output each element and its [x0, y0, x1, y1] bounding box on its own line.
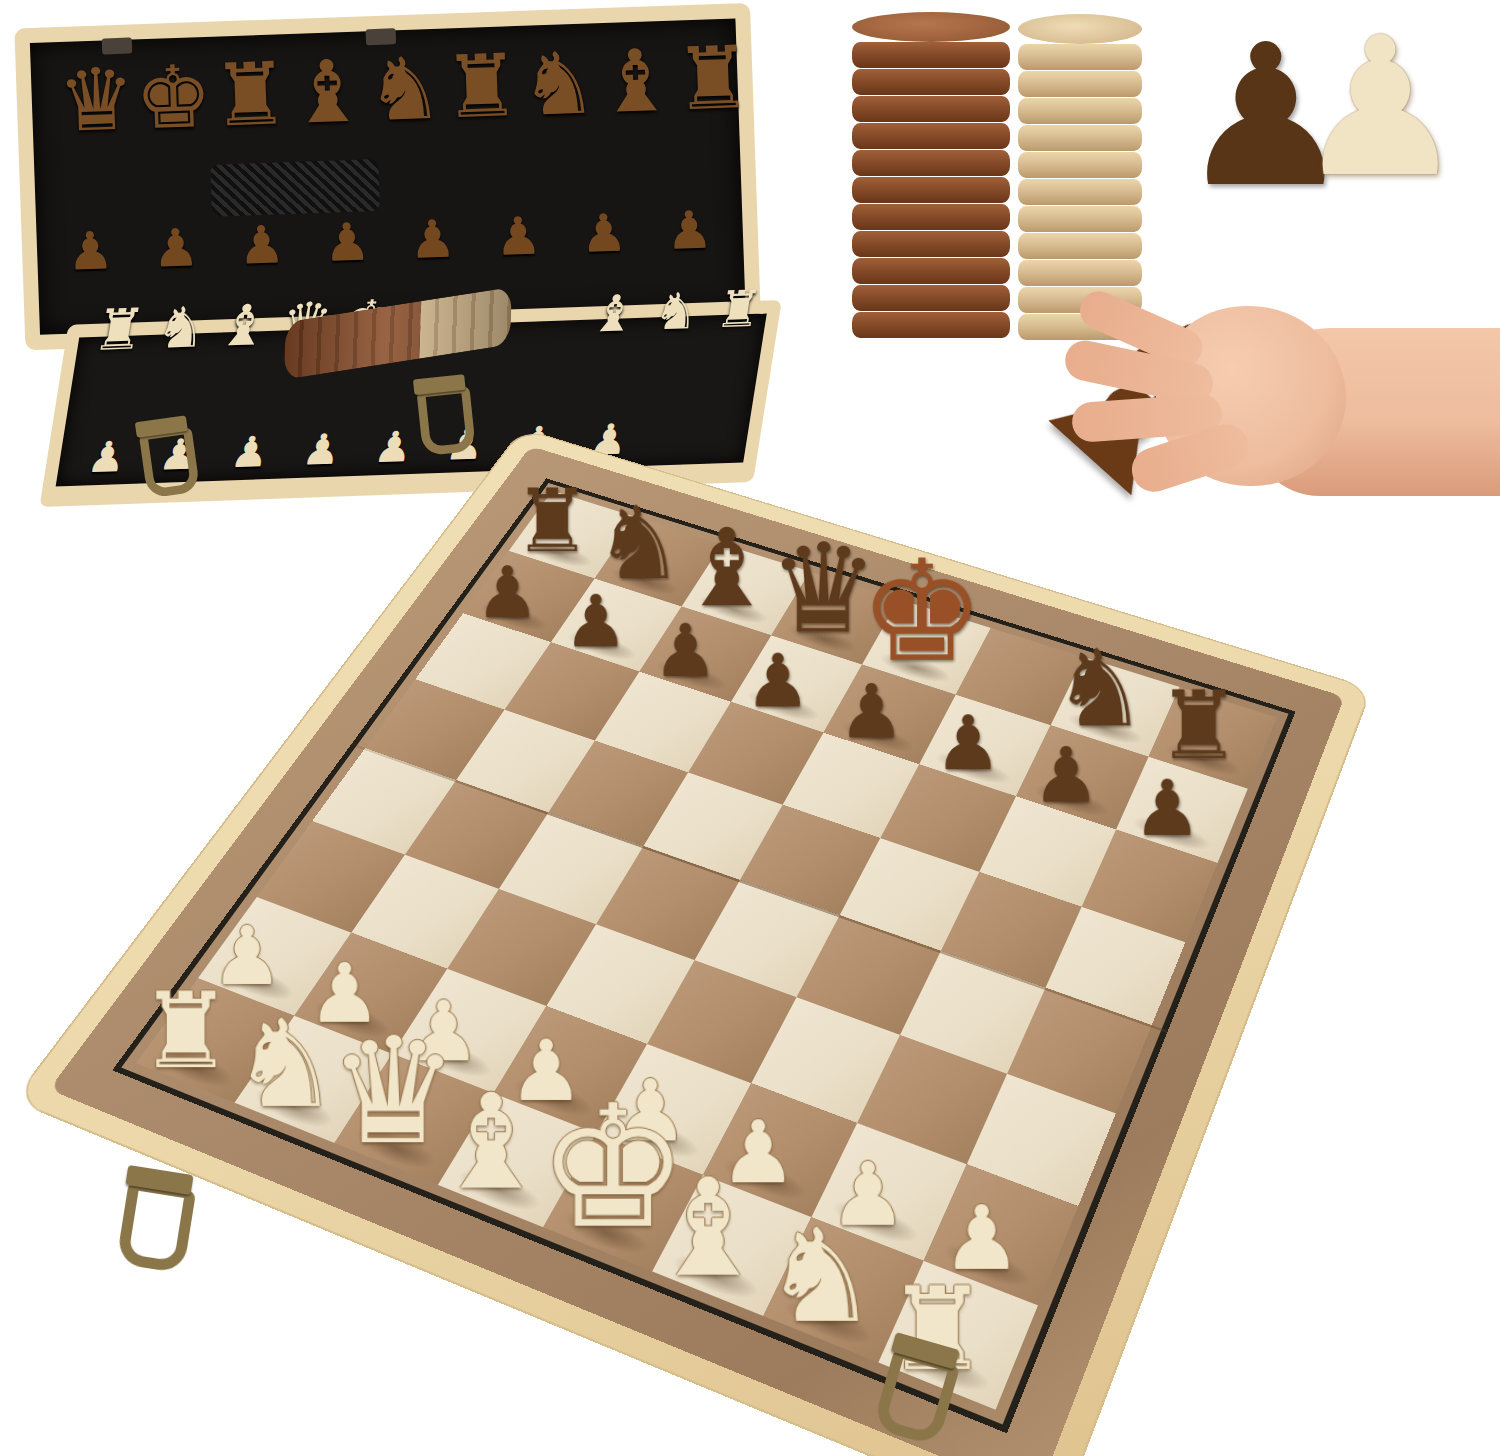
case-dark-pawn: ♟: [323, 215, 371, 269]
checker-disc: [1018, 98, 1142, 124]
case-white-piece: ♞: [650, 286, 703, 338]
checker-disc: [1018, 206, 1142, 232]
case-lid-dark-pawns: ♟♟♟♟♟♟♟♟: [66, 203, 713, 278]
piece-dark-knight[interactable]: ♞: [1049, 638, 1151, 739]
piece-dark-bishop[interactable]: ♝: [678, 517, 776, 619]
case-dark-piece: ♛: [56, 55, 136, 144]
piece-dark-knight[interactable]: ♞: [590, 495, 687, 591]
case-lid-dark-pieces: ♛♚♜♝♞♜♞♝♜: [56, 35, 713, 144]
piece-dark-pawn[interactable]: ♟: [727, 646, 828, 716]
piece-dark-pawn[interactable]: ♟: [635, 616, 735, 685]
case-white-piece: ♜: [90, 301, 149, 359]
piece-light-king[interactable]: ♚: [538, 1087, 659, 1247]
piece-dark-rook[interactable]: ♜: [1147, 681, 1250, 771]
case-dark-pawn: ♟: [580, 206, 628, 260]
chess-board: ♜♞♝♛♚♞♜♟♟♟♟♟♟♟♟♟♟♟♟♟♟♟♟♜♞♛♝♚♝♞♜: [15, 430, 1370, 1456]
product-photo: ♛♚♜♝♞♜♞♝♜ ♟♟♟♟♟♟♟♟ ♜♞♝♛♚ ♝♞♜ ♟♟♟♟♟♟♟♟ ♟ …: [0, 0, 1500, 1456]
piece-light-knight[interactable]: ♞: [759, 1214, 883, 1337]
piece-dark-pawn[interactable]: ♟: [1014, 739, 1119, 811]
checker-disc: [852, 204, 1010, 230]
case-dark-piece: ♜: [673, 34, 753, 123]
piece-light-bishop[interactable]: ♝: [647, 1164, 770, 1292]
foam-strip: [210, 159, 380, 217]
checker-disc: [1018, 44, 1142, 70]
case-white-piece: ♜: [713, 283, 766, 335]
piece-light-bishop[interactable]: ♝: [431, 1080, 550, 1204]
case-white-piece: ♝: [588, 288, 641, 340]
piece-dark-queen[interactable]: ♛: [768, 531, 867, 648]
board-walnut-margin: ♜♞♝♛♚♞♜♟♟♟♟♟♟♟♟♟♟♟♟♟♟♟♟♜♞♛♝♚♝♞♜: [49, 446, 1345, 1456]
piece-dark-pawn[interactable]: ♟: [458, 559, 556, 627]
case-dark-piece: ♝: [596, 37, 676, 126]
checker-disc: [852, 150, 1010, 176]
checker-disc: [1018, 152, 1142, 178]
checker-disc: [1018, 179, 1142, 205]
checker-disc-top: [1018, 14, 1142, 44]
board-border-line: ♜♞♝♛♚♞♜♟♟♟♟♟♟♟♟♟♟♟♟♟♟♟♟♜♞♛♝♚♝♞♜: [112, 478, 1295, 1433]
case-dark-pawn: ♟: [237, 218, 285, 272]
piece-dark-pawn[interactable]: ♟: [916, 707, 1020, 779]
case-dark-pawn: ♟: [409, 212, 457, 266]
case-dark-piece: ♝: [288, 47, 368, 136]
checker-disc: [1018, 71, 1142, 97]
case-dark-piece: ♜: [211, 50, 291, 139]
checker-disc: [852, 69, 1010, 95]
case-dark-piece: ♞: [365, 45, 445, 134]
case-dark-piece: ♞: [519, 39, 599, 128]
piece-dark-pawn[interactable]: ♟: [546, 587, 645, 655]
checker-disc: [852, 42, 1010, 68]
case-white-piece: ♝: [214, 297, 273, 355]
case-dark-pawn: ♟: [494, 209, 542, 263]
case-dark-piece: ♚: [133, 53, 213, 142]
checker-disc: [852, 96, 1010, 122]
checker-disc: [1018, 125, 1142, 151]
case-dark-piece: ♜: [442, 42, 522, 131]
case-dark-pawn: ♟: [152, 221, 200, 275]
case-dark-pawn: ♟: [665, 203, 713, 257]
checker-disc: [852, 177, 1010, 203]
board-scene: ♜♞♝♛♚♞♜♟♟♟♟♟♟♟♟♟♟♟♟♟♟♟♟♜♞♛♝♚♝♞♜: [0, 368, 1500, 1456]
piece-dark-king[interactable]: ♚: [859, 545, 959, 678]
piece-dark-pawn[interactable]: ♟: [1114, 771, 1220, 844]
standalone-light-pawn: ♟: [1294, 12, 1466, 204]
square-a4[interactable]: [312, 748, 455, 854]
checker-disc-top: [852, 12, 1010, 42]
case-white-piece: ♞: [152, 299, 211, 357]
case-tray-white-pieces-right: ♝♞♜: [588, 283, 766, 339]
case-dark-pawn: ♟: [66, 224, 114, 278]
piece-dark-pawn[interactable]: ♟: [820, 676, 923, 747]
checker-disc: [852, 123, 1010, 149]
piece-light-knight[interactable]: ♞: [227, 1006, 343, 1121]
board-squares: ♜♞♝♛♚♞♜♟♟♟♟♟♟♟♟♟♟♟♟♟♟♟♟♜♞♛♝♚♝♞♜: [136, 491, 1277, 1410]
piece-light-queen[interactable]: ♛: [328, 1022, 446, 1162]
